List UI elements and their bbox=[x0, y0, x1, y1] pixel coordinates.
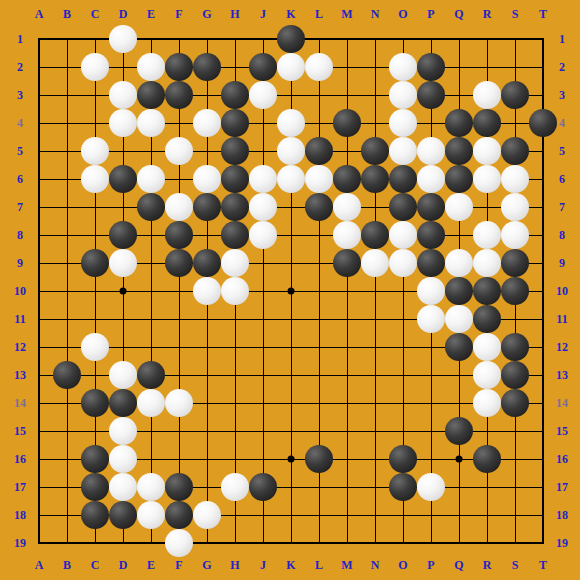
stone-white-M7[interactable] bbox=[333, 193, 361, 221]
stone-black-D18[interactable] bbox=[109, 501, 137, 529]
stone-black-N6[interactable] bbox=[361, 165, 389, 193]
row-label-right-15: 15 bbox=[556, 425, 568, 437]
stone-white-O8[interactable] bbox=[389, 221, 417, 249]
col-label-top-S: S bbox=[512, 8, 519, 20]
stone-black-C9[interactable] bbox=[81, 249, 109, 277]
stone-white-O2[interactable] bbox=[389, 53, 417, 81]
stone-black-G7[interactable] bbox=[193, 193, 221, 221]
stone-white-R14[interactable] bbox=[473, 389, 501, 417]
stone-black-H7[interactable] bbox=[221, 193, 249, 221]
stone-black-L5[interactable] bbox=[305, 137, 333, 165]
row-label-left-5: 5 bbox=[17, 145, 23, 157]
stone-black-R16[interactable] bbox=[473, 445, 501, 473]
stone-white-D15[interactable] bbox=[109, 417, 137, 445]
row-label-left-10: 10 bbox=[14, 285, 26, 297]
col-label-top-H: H bbox=[230, 8, 239, 20]
col-label-top-R: R bbox=[483, 8, 492, 20]
stone-black-E7[interactable] bbox=[137, 193, 165, 221]
stone-white-S7[interactable] bbox=[501, 193, 529, 221]
stone-black-M6[interactable] bbox=[333, 165, 361, 193]
stone-black-F9[interactable] bbox=[165, 249, 193, 277]
row-label-right-1: 1 bbox=[559, 33, 565, 45]
stone-black-S13[interactable] bbox=[501, 361, 529, 389]
col-label-top-Q: Q bbox=[454, 8, 463, 20]
row-label-left-6: 6 bbox=[17, 173, 23, 185]
stone-black-E13[interactable] bbox=[137, 361, 165, 389]
stone-white-G10[interactable] bbox=[193, 277, 221, 305]
row-label-right-4: 4 bbox=[559, 117, 565, 129]
stone-white-R3[interactable] bbox=[473, 81, 501, 109]
stone-white-J7[interactable] bbox=[249, 193, 277, 221]
row-label-left-19: 19 bbox=[14, 537, 26, 549]
stone-white-C2[interactable] bbox=[81, 53, 109, 81]
stone-white-D16[interactable] bbox=[109, 445, 137, 473]
star-point-D10 bbox=[120, 288, 127, 295]
stone-white-C6[interactable] bbox=[81, 165, 109, 193]
stone-white-O4[interactable] bbox=[389, 109, 417, 137]
stone-white-E6[interactable] bbox=[137, 165, 165, 193]
stone-black-R4[interactable] bbox=[473, 109, 501, 137]
col-label-bottom-C: C bbox=[91, 559, 100, 571]
stone-black-H5[interactable] bbox=[221, 137, 249, 165]
stone-black-B13[interactable] bbox=[53, 361, 81, 389]
stone-white-F19[interactable] bbox=[165, 529, 193, 557]
stone-white-S6[interactable] bbox=[501, 165, 529, 193]
stone-white-G4[interactable] bbox=[193, 109, 221, 137]
row-label-right-7: 7 bbox=[559, 201, 565, 213]
col-label-top-T: T bbox=[539, 8, 547, 20]
stone-white-P5[interactable] bbox=[417, 137, 445, 165]
stone-white-N9[interactable] bbox=[361, 249, 389, 277]
col-label-bottom-L: L bbox=[315, 559, 323, 571]
row-label-right-3: 3 bbox=[559, 89, 565, 101]
stone-white-C12[interactable] bbox=[81, 333, 109, 361]
row-label-right-17: 17 bbox=[556, 481, 568, 493]
stone-white-P17[interactable] bbox=[417, 473, 445, 501]
col-label-bottom-E: E bbox=[147, 559, 155, 571]
stone-black-Q15[interactable] bbox=[445, 417, 473, 445]
stone-black-O7[interactable] bbox=[389, 193, 417, 221]
stone-white-F7[interactable] bbox=[165, 193, 193, 221]
stone-white-E4[interactable] bbox=[137, 109, 165, 137]
stone-white-O3[interactable] bbox=[389, 81, 417, 109]
go-board[interactable]: AABBCCDDEEFFGGHHJJKKLLMMNNOOPPQQRRSSTT11… bbox=[0, 0, 580, 580]
stone-white-P10[interactable] bbox=[417, 277, 445, 305]
stone-white-J3[interactable] bbox=[249, 81, 277, 109]
stone-white-D9[interactable] bbox=[109, 249, 137, 277]
col-label-bottom-O: O bbox=[398, 559, 407, 571]
grid-line-vertical-N bbox=[375, 38, 376, 544]
row-label-right-6: 6 bbox=[559, 173, 565, 185]
stone-black-M4[interactable] bbox=[333, 109, 361, 137]
col-label-bottom-Q: Q bbox=[454, 559, 463, 571]
stone-white-H9[interactable] bbox=[221, 249, 249, 277]
stone-black-Q4[interactable] bbox=[445, 109, 473, 137]
stone-white-Q11[interactable] bbox=[445, 305, 473, 333]
col-label-bottom-K: K bbox=[286, 559, 295, 571]
star-point-K16 bbox=[288, 456, 295, 463]
stone-white-L2[interactable] bbox=[305, 53, 333, 81]
col-label-bottom-T: T bbox=[539, 559, 547, 571]
row-label-left-4: 4 bbox=[17, 117, 23, 129]
stone-white-R12[interactable] bbox=[473, 333, 501, 361]
stone-black-H3[interactable] bbox=[221, 81, 249, 109]
col-label-bottom-B: B bbox=[63, 559, 71, 571]
col-label-top-J: J bbox=[260, 8, 266, 20]
col-label-bottom-A: A bbox=[35, 559, 44, 571]
stone-white-P6[interactable] bbox=[417, 165, 445, 193]
stone-white-J8[interactable] bbox=[249, 221, 277, 249]
stone-black-F8[interactable] bbox=[165, 221, 193, 249]
stone-white-S8[interactable] bbox=[501, 221, 529, 249]
stone-black-C17[interactable] bbox=[81, 473, 109, 501]
stone-black-T4[interactable] bbox=[529, 109, 557, 137]
row-label-right-10: 10 bbox=[556, 285, 568, 297]
stone-black-R11[interactable] bbox=[473, 305, 501, 333]
stone-white-D17[interactable] bbox=[109, 473, 137, 501]
row-label-left-18: 18 bbox=[14, 509, 26, 521]
stone-white-C5[interactable] bbox=[81, 137, 109, 165]
row-label-left-12: 12 bbox=[14, 341, 26, 353]
stone-white-H10[interactable] bbox=[221, 277, 249, 305]
stone-white-D1[interactable] bbox=[109, 25, 137, 53]
col-label-top-E: E bbox=[147, 8, 155, 20]
stone-white-F5[interactable] bbox=[165, 137, 193, 165]
row-label-right-12: 12 bbox=[556, 341, 568, 353]
col-label-bottom-M: M bbox=[341, 559, 352, 571]
row-label-right-14: 14 bbox=[556, 397, 568, 409]
stone-black-Q6[interactable] bbox=[445, 165, 473, 193]
stone-black-N5[interactable] bbox=[361, 137, 389, 165]
stone-white-E14[interactable] bbox=[137, 389, 165, 417]
row-label-left-2: 2 bbox=[17, 61, 23, 73]
col-label-top-L: L bbox=[315, 8, 323, 20]
col-label-top-D: D bbox=[119, 8, 128, 20]
stone-white-G18[interactable] bbox=[193, 501, 221, 529]
stone-black-D6[interactable] bbox=[109, 165, 137, 193]
stone-black-M9[interactable] bbox=[333, 249, 361, 277]
stone-black-C18[interactable] bbox=[81, 501, 109, 529]
row-label-left-7: 7 bbox=[17, 201, 23, 213]
col-label-bottom-R: R bbox=[483, 559, 492, 571]
row-label-left-3: 3 bbox=[17, 89, 23, 101]
stone-white-M8[interactable] bbox=[333, 221, 361, 249]
stone-black-H8[interactable] bbox=[221, 221, 249, 249]
stone-white-R5[interactable] bbox=[473, 137, 501, 165]
stone-black-P8[interactable] bbox=[417, 221, 445, 249]
stone-white-R6[interactable] bbox=[473, 165, 501, 193]
stone-black-Q12[interactable] bbox=[445, 333, 473, 361]
stone-black-J17[interactable] bbox=[249, 473, 277, 501]
stone-white-E18[interactable] bbox=[137, 501, 165, 529]
row-label-right-13: 13 bbox=[556, 369, 568, 381]
stone-white-K2[interactable] bbox=[277, 53, 305, 81]
row-label-right-18: 18 bbox=[556, 509, 568, 521]
stone-black-K1[interactable] bbox=[277, 25, 305, 53]
row-label-right-9: 9 bbox=[559, 257, 565, 269]
stone-black-E3[interactable] bbox=[137, 81, 165, 109]
stone-black-P3[interactable] bbox=[417, 81, 445, 109]
stone-white-K4[interactable] bbox=[277, 109, 305, 137]
stone-white-J6[interactable] bbox=[249, 165, 277, 193]
stone-black-P2[interactable] bbox=[417, 53, 445, 81]
stone-black-H6[interactable] bbox=[221, 165, 249, 193]
stone-black-H4[interactable] bbox=[221, 109, 249, 137]
col-label-top-O: O bbox=[398, 8, 407, 20]
row-label-left-9: 9 bbox=[17, 257, 23, 269]
stone-black-R10[interactable] bbox=[473, 277, 501, 305]
col-label-top-A: A bbox=[35, 8, 44, 20]
stone-black-C16[interactable] bbox=[81, 445, 109, 473]
stone-black-S14[interactable] bbox=[501, 389, 529, 417]
row-label-left-16: 16 bbox=[14, 453, 26, 465]
stone-black-G2[interactable] bbox=[193, 53, 221, 81]
stone-black-O16[interactable] bbox=[389, 445, 417, 473]
row-label-right-11: 11 bbox=[556, 313, 567, 325]
grid-line-horizontal-19 bbox=[38, 542, 544, 544]
stone-white-O9[interactable] bbox=[389, 249, 417, 277]
row-label-right-16: 16 bbox=[556, 453, 568, 465]
row-label-left-11: 11 bbox=[14, 313, 25, 325]
col-label-bottom-S: S bbox=[512, 559, 519, 571]
stone-black-S5[interactable] bbox=[501, 137, 529, 165]
stone-black-J2[interactable] bbox=[249, 53, 277, 81]
stone-black-S9[interactable] bbox=[501, 249, 529, 277]
col-label-bottom-D: D bbox=[119, 559, 128, 571]
stone-white-Q9[interactable] bbox=[445, 249, 473, 277]
stone-white-E17[interactable] bbox=[137, 473, 165, 501]
stone-white-R9[interactable] bbox=[473, 249, 501, 277]
stone-black-O17[interactable] bbox=[389, 473, 417, 501]
stone-black-P7[interactable] bbox=[417, 193, 445, 221]
row-label-left-13: 13 bbox=[14, 369, 26, 381]
stone-black-N8[interactable] bbox=[361, 221, 389, 249]
stone-black-F3[interactable] bbox=[165, 81, 193, 109]
row-label-left-1: 1 bbox=[17, 33, 23, 45]
stone-black-D14[interactable] bbox=[109, 389, 137, 417]
col-label-top-B: B bbox=[63, 8, 71, 20]
col-label-top-M: M bbox=[341, 8, 352, 20]
stone-white-D4[interactable] bbox=[109, 109, 137, 137]
stone-black-C14[interactable] bbox=[81, 389, 109, 417]
row-label-right-5: 5 bbox=[559, 145, 565, 157]
row-label-left-14: 14 bbox=[14, 397, 26, 409]
stone-black-S12[interactable] bbox=[501, 333, 529, 361]
col-label-bottom-N: N bbox=[371, 559, 380, 571]
stone-black-Q10[interactable] bbox=[445, 277, 473, 305]
stone-black-G9[interactable] bbox=[193, 249, 221, 277]
col-label-top-G: G bbox=[202, 8, 211, 20]
stone-black-O6[interactable] bbox=[389, 165, 417, 193]
star-point-K10 bbox=[288, 288, 295, 295]
stone-black-F2[interactable] bbox=[165, 53, 193, 81]
stone-white-H17[interactable] bbox=[221, 473, 249, 501]
stone-white-K6[interactable] bbox=[277, 165, 305, 193]
stone-black-P9[interactable] bbox=[417, 249, 445, 277]
row-label-left-8: 8 bbox=[17, 229, 23, 241]
stone-black-Q5[interactable] bbox=[445, 137, 473, 165]
stone-white-R8[interactable] bbox=[473, 221, 501, 249]
stone-white-D13[interactable] bbox=[109, 361, 137, 389]
stone-white-Q7[interactable] bbox=[445, 193, 473, 221]
star-point-Q16 bbox=[456, 456, 463, 463]
stone-black-F17[interactable] bbox=[165, 473, 193, 501]
stone-black-L7[interactable] bbox=[305, 193, 333, 221]
row-label-right-2: 2 bbox=[559, 61, 565, 73]
stone-black-L16[interactable] bbox=[305, 445, 333, 473]
row-label-right-19: 19 bbox=[556, 537, 568, 549]
stone-black-D8[interactable] bbox=[109, 221, 137, 249]
col-label-bottom-P: P bbox=[427, 559, 434, 571]
col-label-top-F: F bbox=[175, 8, 182, 20]
stone-white-K5[interactable] bbox=[277, 137, 305, 165]
stone-black-S3[interactable] bbox=[501, 81, 529, 109]
row-label-right-8: 8 bbox=[559, 229, 565, 241]
col-label-bottom-F: F bbox=[175, 559, 182, 571]
col-label-top-P: P bbox=[427, 8, 434, 20]
stone-white-G6[interactable] bbox=[193, 165, 221, 193]
stone-white-L6[interactable] bbox=[305, 165, 333, 193]
stone-black-S10[interactable] bbox=[501, 277, 529, 305]
stone-white-E2[interactable] bbox=[137, 53, 165, 81]
col-label-top-K: K bbox=[286, 8, 295, 20]
col-label-bottom-G: G bbox=[202, 559, 211, 571]
stone-black-F18[interactable] bbox=[165, 501, 193, 529]
col-label-top-C: C bbox=[91, 8, 100, 20]
col-label-bottom-J: J bbox=[260, 559, 266, 571]
stone-white-D3[interactable] bbox=[109, 81, 137, 109]
row-label-left-15: 15 bbox=[14, 425, 26, 437]
col-label-top-N: N bbox=[371, 8, 380, 20]
stone-white-P11[interactable] bbox=[417, 305, 445, 333]
row-label-left-17: 17 bbox=[14, 481, 26, 493]
stone-white-R13[interactable] bbox=[473, 361, 501, 389]
col-label-bottom-H: H bbox=[230, 559, 239, 571]
stone-white-F14[interactable] bbox=[165, 389, 193, 417]
stone-white-O5[interactable] bbox=[389, 137, 417, 165]
